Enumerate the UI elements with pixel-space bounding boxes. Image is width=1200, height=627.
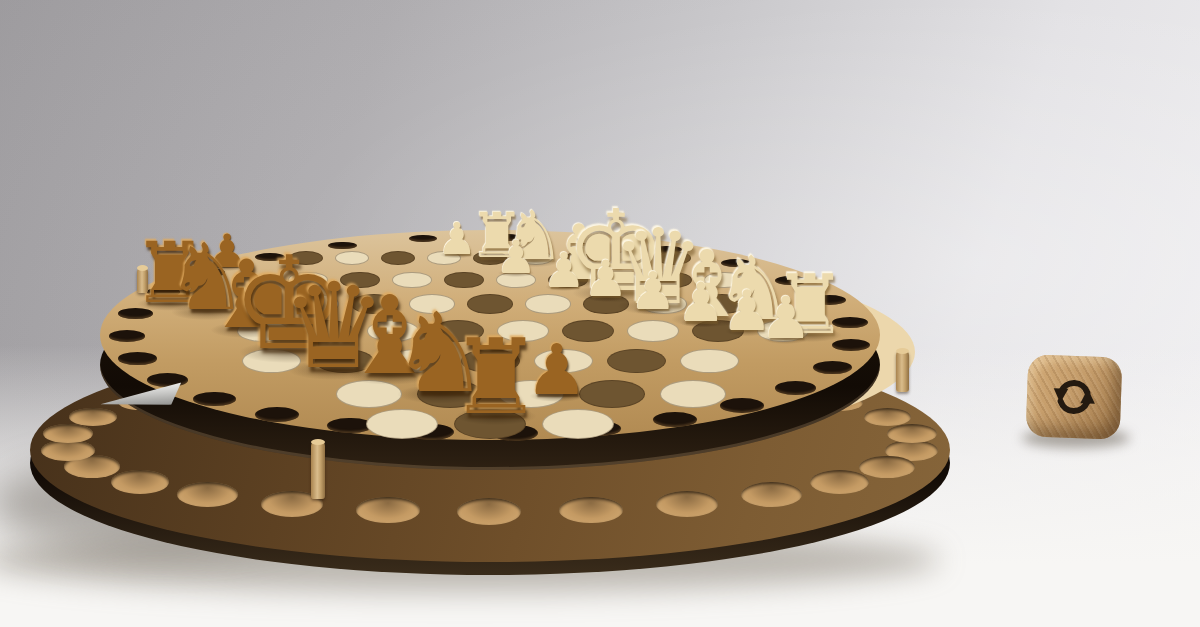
ring-hole: [356, 497, 420, 524]
ring-hole: [111, 470, 170, 494]
photo-scene: ♟♜♞♟♟♝♟♚♟♜♛♟♞♝♞♟♝♟♜♟♚♛♝♞♟♜: [0, 0, 1200, 627]
rim-hole: [109, 330, 146, 342]
light-pawn[interactable]: ♟: [677, 276, 725, 330]
ring-hole: [559, 497, 623, 524]
ring-hole: [810, 470, 869, 494]
board-cell: [680, 349, 739, 374]
ring-hole: [859, 456, 915, 479]
dark-rook[interactable]: ♜: [449, 325, 542, 429]
ring-hole: [656, 491, 719, 517]
rim-hole: [147, 373, 188, 387]
board-cell: [660, 380, 726, 408]
ring-hole: [741, 482, 802, 507]
wooden-peg[interactable]: [896, 350, 909, 392]
rim-hole: [193, 392, 236, 406]
board-cell: [542, 409, 614, 439]
ring-hole: [69, 408, 117, 426]
light-pawn[interactable]: ♟: [495, 234, 536, 280]
rim-hole: [813, 361, 853, 374]
ring-hole: [177, 482, 238, 507]
rim-hole: [775, 381, 817, 395]
board-cell: [579, 380, 645, 408]
rim-hole: [255, 407, 299, 422]
light-pawn[interactable]: ♟: [760, 289, 812, 347]
die-rotate-icon: [1047, 369, 1101, 423]
rim-hole: [653, 412, 698, 427]
rotation-die[interactable]: [1026, 354, 1123, 439]
wooden-peg[interactable]: [311, 441, 325, 499]
rim-hole: [720, 398, 763, 413]
board-cell: [607, 349, 666, 374]
